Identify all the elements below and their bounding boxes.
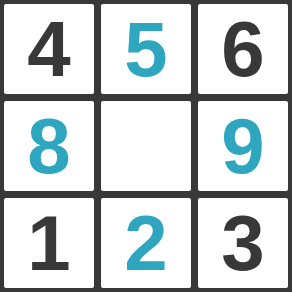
cell-r3c1[interactable]: 1 bbox=[4, 198, 94, 288]
cell-r3c3[interactable]: 3 bbox=[198, 198, 288, 288]
sudoku-board: 45689123 bbox=[0, 0, 292, 292]
cell-r1c3[interactable]: 6 bbox=[198, 4, 288, 94]
cell-r3c2[interactable]: 2 bbox=[101, 198, 191, 288]
cell-r2c2-empty[interactable] bbox=[101, 101, 191, 191]
cell-r1c1[interactable]: 4 bbox=[4, 4, 94, 94]
cell-r1c2[interactable]: 5 bbox=[101, 4, 191, 94]
cell-r2c1[interactable]: 8 bbox=[4, 101, 94, 191]
cell-r2c3[interactable]: 9 bbox=[198, 101, 288, 191]
